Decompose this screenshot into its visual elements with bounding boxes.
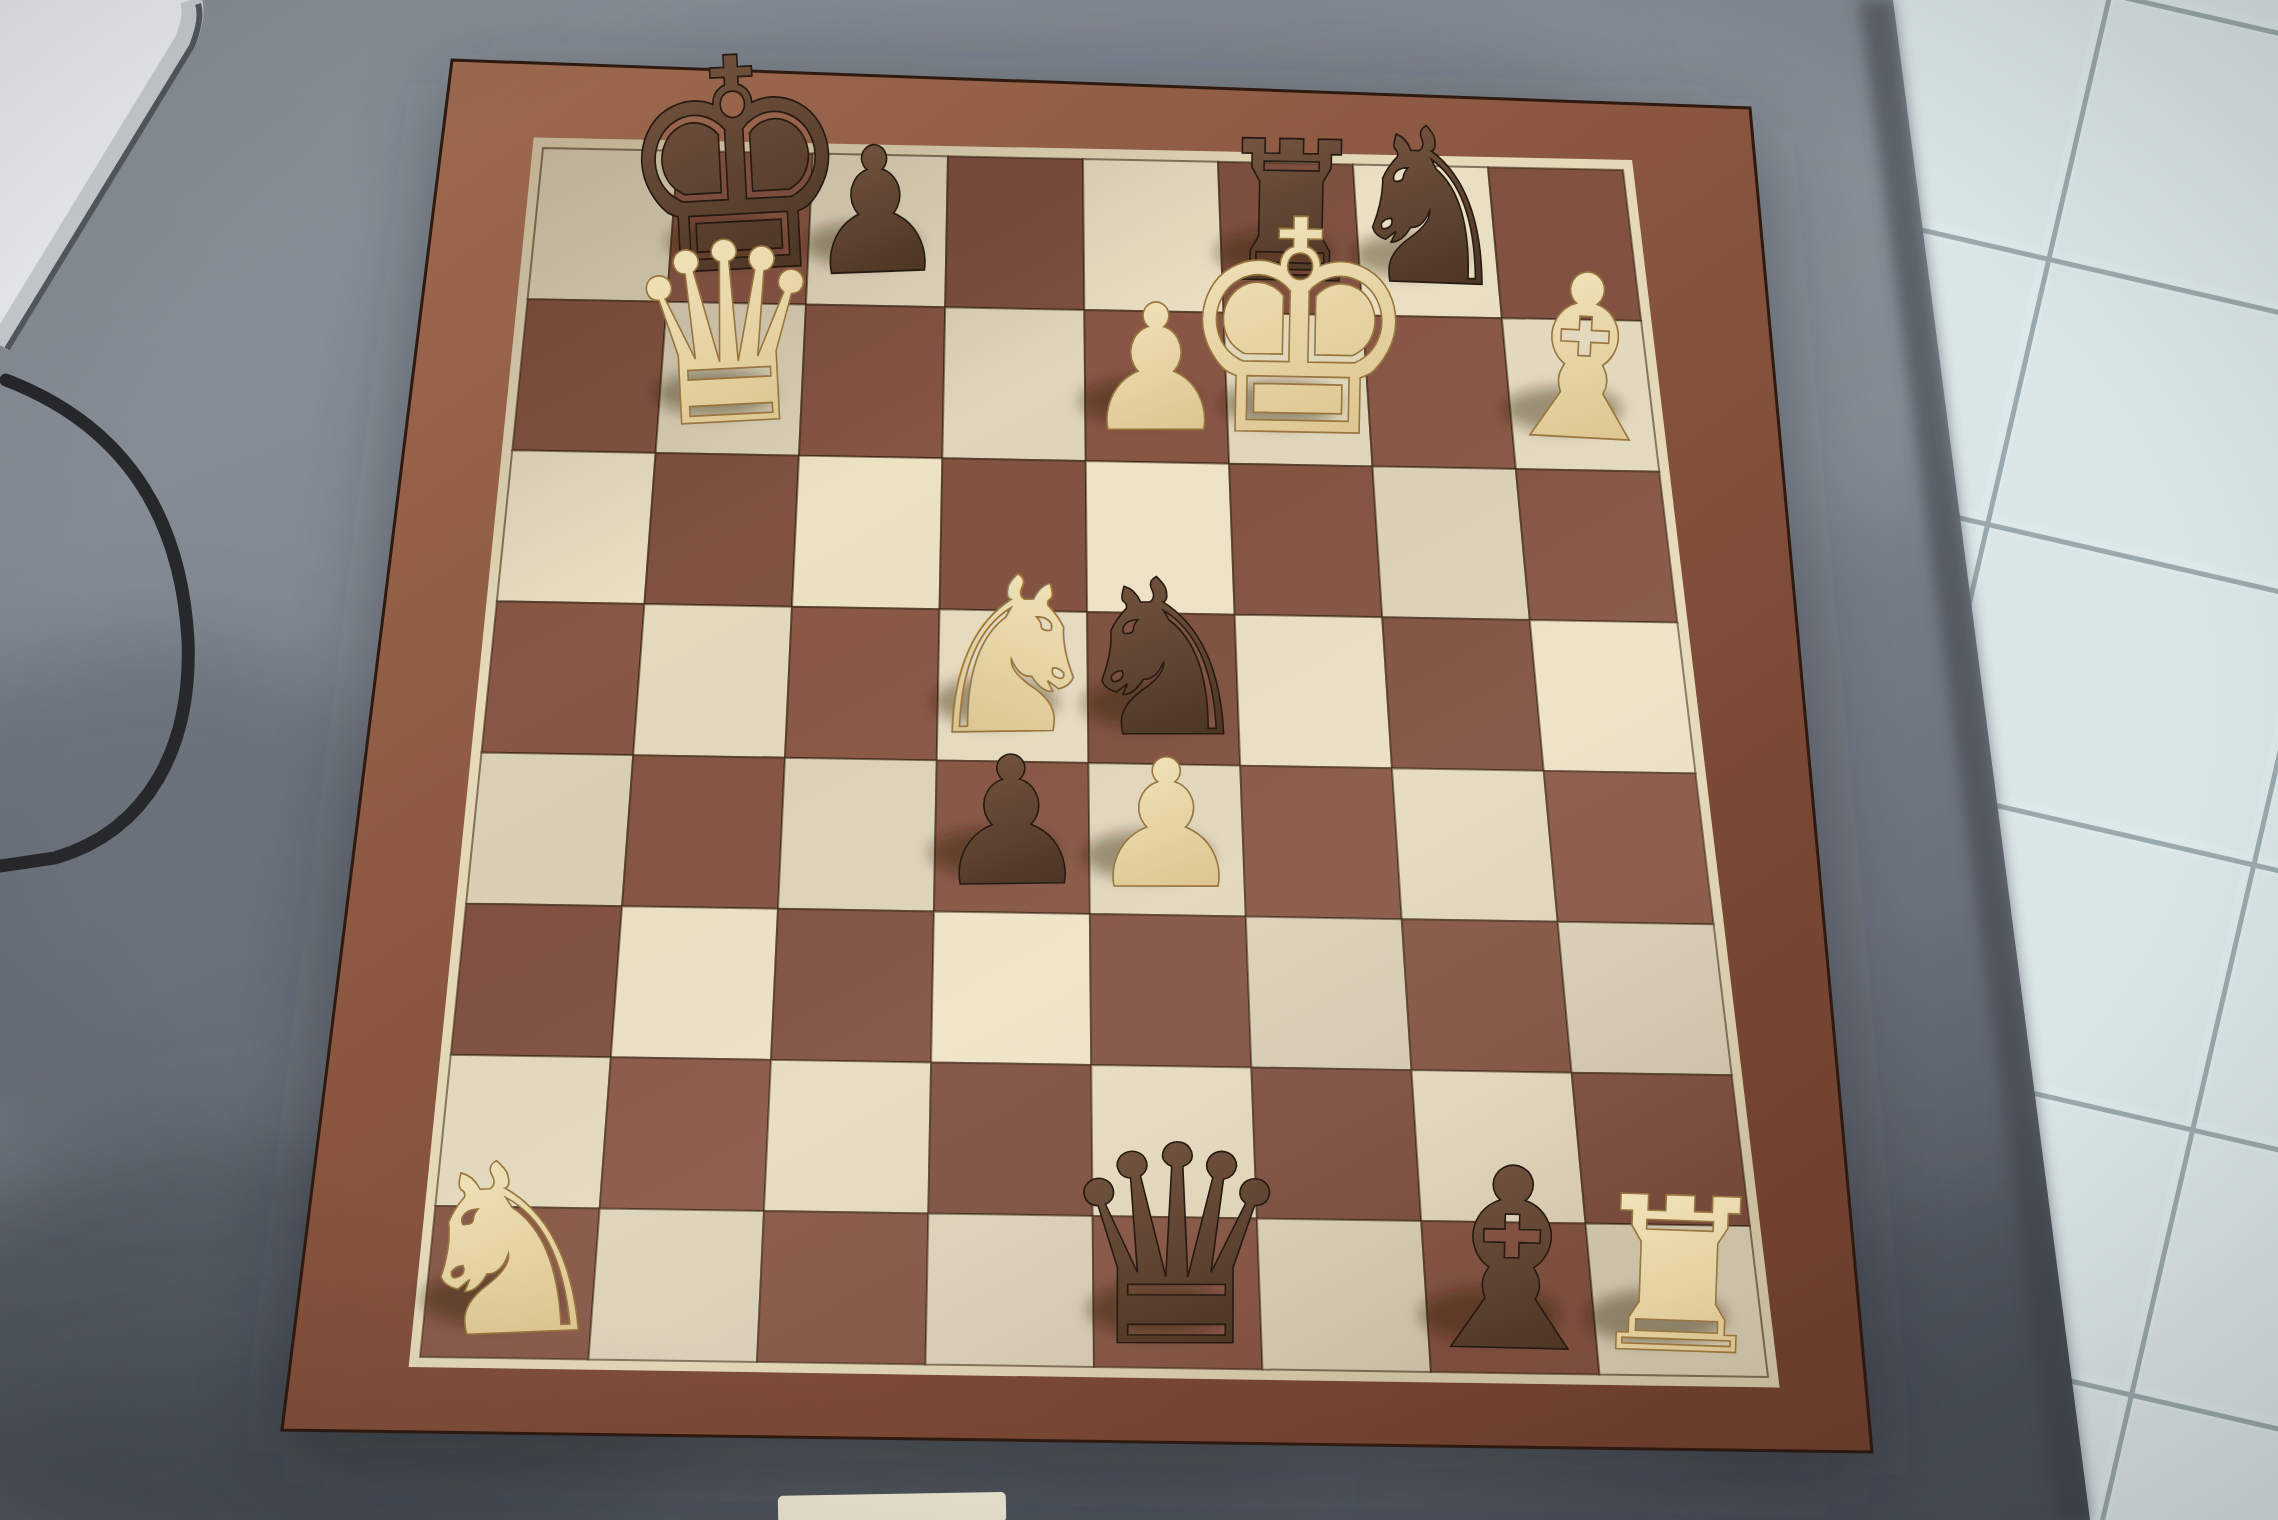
square-f4[interactable] bbox=[1240, 766, 1402, 920]
square-d8[interactable] bbox=[945, 156, 1084, 310]
square-c4[interactable] bbox=[778, 758, 937, 912]
square-g3[interactable] bbox=[1402, 919, 1572, 1073]
black-pawn-d4[interactable]: ♟ bbox=[931, 718, 1092, 926]
square-d7[interactable] bbox=[942, 307, 1085, 461]
square-h3[interactable] bbox=[1558, 922, 1732, 1075]
white-bishop-h7[interactable]: ♝ bbox=[1482, 222, 1686, 496]
square-c2[interactable] bbox=[764, 1060, 931, 1214]
white-pawn-e4[interactable]: ♟ bbox=[1087, 722, 1246, 928]
square-a5[interactable] bbox=[482, 601, 645, 755]
square-a4[interactable] bbox=[466, 753, 633, 907]
square-d3[interactable] bbox=[931, 911, 1091, 1065]
square-b4[interactable] bbox=[622, 755, 785, 909]
chessboard-overhead-photo: ♚♟♜♞♛♟♚♝♞♞♟♟♞♛♝♜ bbox=[0, 0, 2278, 1520]
square-b5[interactable] bbox=[633, 604, 792, 758]
square-b3[interactable] bbox=[611, 906, 778, 1060]
beige-object bbox=[778, 1492, 1006, 1520]
square-g5[interactable] bbox=[1382, 617, 1544, 771]
square-h4[interactable] bbox=[1544, 771, 1714, 925]
square-c1[interactable] bbox=[757, 1211, 928, 1365]
square-a3[interactable] bbox=[451, 904, 622, 1058]
square-f3[interactable] bbox=[1246, 917, 1412, 1071]
white-queen-b7[interactable]: ♛ bbox=[616, 185, 839, 486]
square-e3[interactable] bbox=[1090, 914, 1252, 1068]
scene: ♚♟♜♞♛♟♚♝♞♞♟♟♞♛♝♜ bbox=[0, 0, 2278, 1520]
white-knight-a1[interactable]: ♞ bbox=[396, 1109, 619, 1393]
white-rook-h1[interactable]: ♜ bbox=[1579, 1149, 1778, 1404]
square-b2[interactable] bbox=[600, 1057, 771, 1211]
white-king-f7[interactable]: ♚ bbox=[1172, 156, 1426, 504]
square-c3[interactable] bbox=[771, 909, 934, 1063]
square-g4[interactable] bbox=[1392, 768, 1558, 922]
black-queen-e1[interactable]: ♛ bbox=[1053, 1087, 1300, 1407]
square-f5[interactable] bbox=[1235, 615, 1392, 769]
square-h5[interactable] bbox=[1530, 620, 1696, 774]
